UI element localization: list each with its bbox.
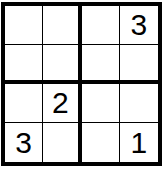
- cell-r3c1[interactable]: [5, 84, 43, 123]
- cell-r4c3[interactable]: [82, 123, 120, 162]
- cell-r1c1[interactable]: [5, 6, 43, 45]
- sudoku-board: 3 2 3 1: [1, 2, 162, 166]
- cell-r2c2[interactable]: [43, 45, 81, 84]
- cell-r3c3[interactable]: [82, 84, 120, 123]
- cell-r1c2[interactable]: [43, 6, 81, 45]
- cell-r2c1[interactable]: [5, 45, 43, 84]
- cell-r3c4[interactable]: [120, 84, 158, 123]
- cell-r1c3[interactable]: [82, 6, 120, 45]
- cell-r2c3[interactable]: [82, 45, 120, 84]
- cell-r4c2[interactable]: [43, 123, 81, 162]
- cell-r4c1[interactable]: 3: [5, 123, 43, 162]
- cell-r3c2[interactable]: 2: [43, 84, 81, 123]
- cell-r4c4[interactable]: 1: [120, 123, 158, 162]
- cell-r1c4[interactable]: 3: [120, 6, 158, 45]
- cell-r2c4[interactable]: [120, 45, 158, 84]
